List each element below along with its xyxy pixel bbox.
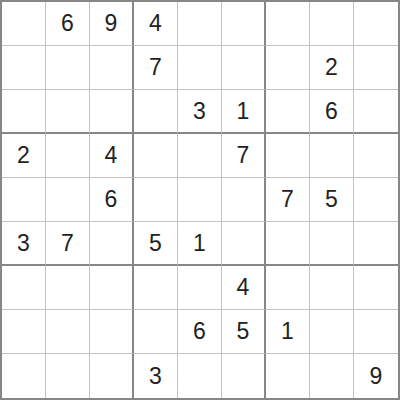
cell-r6c4: 5 bbox=[134, 222, 178, 266]
cell-r6c2: 7 bbox=[46, 222, 90, 266]
cell-r9c7[interactable] bbox=[266, 354, 310, 398]
cell-r4c4[interactable] bbox=[134, 134, 178, 178]
cell-r4c7[interactable] bbox=[266, 134, 310, 178]
cell-r5c6[interactable] bbox=[222, 178, 266, 222]
cell-r4c1: 2 bbox=[2, 134, 46, 178]
cell-r2c7[interactable] bbox=[266, 46, 310, 90]
cell-r8c6: 5 bbox=[222, 310, 266, 354]
cell-r4c5[interactable] bbox=[178, 134, 222, 178]
cell-r2c5[interactable] bbox=[178, 46, 222, 90]
cell-r8c7: 1 bbox=[266, 310, 310, 354]
cell-r6c6[interactable] bbox=[222, 222, 266, 266]
cell-r1c3: 9 bbox=[90, 2, 134, 46]
cell-r9c5[interactable] bbox=[178, 354, 222, 398]
cell-r7c8[interactable] bbox=[310, 266, 354, 310]
cell-r2c2[interactable] bbox=[46, 46, 90, 90]
cell-r9c9: 9 bbox=[354, 354, 398, 398]
cell-r7c7[interactable] bbox=[266, 266, 310, 310]
cell-r1c4: 4 bbox=[134, 2, 178, 46]
cell-r1c9[interactable] bbox=[354, 2, 398, 46]
cell-r3c6: 1 bbox=[222, 90, 266, 134]
cell-r7c1[interactable] bbox=[2, 266, 46, 310]
cell-r2c9[interactable] bbox=[354, 46, 398, 90]
cell-r4c9[interactable] bbox=[354, 134, 398, 178]
cell-r8c4[interactable] bbox=[134, 310, 178, 354]
cell-r5c1[interactable] bbox=[2, 178, 46, 222]
cell-r3c8: 6 bbox=[310, 90, 354, 134]
cell-r2c3[interactable] bbox=[90, 46, 134, 90]
cell-r5c4[interactable] bbox=[134, 178, 178, 222]
cell-r5c3: 6 bbox=[90, 178, 134, 222]
cell-r4c8[interactable] bbox=[310, 134, 354, 178]
cell-r9c6[interactable] bbox=[222, 354, 266, 398]
cell-r3c4[interactable] bbox=[134, 90, 178, 134]
cell-r3c5: 3 bbox=[178, 90, 222, 134]
cell-r7c2[interactable] bbox=[46, 266, 90, 310]
cell-r6c3[interactable] bbox=[90, 222, 134, 266]
cell-r6c7[interactable] bbox=[266, 222, 310, 266]
cell-r1c6[interactable] bbox=[222, 2, 266, 46]
cell-r2c8: 2 bbox=[310, 46, 354, 90]
cell-r8c3[interactable] bbox=[90, 310, 134, 354]
cell-r2c6[interactable] bbox=[222, 46, 266, 90]
sudoku-board: 694723162476753751465139 bbox=[0, 0, 400, 400]
cell-r9c1[interactable] bbox=[2, 354, 46, 398]
cell-r6c5: 1 bbox=[178, 222, 222, 266]
cell-r2c1[interactable] bbox=[2, 46, 46, 90]
cell-r3c1[interactable] bbox=[2, 90, 46, 134]
cell-r7c4[interactable] bbox=[134, 266, 178, 310]
cell-r7c5[interactable] bbox=[178, 266, 222, 310]
cell-r3c2[interactable] bbox=[46, 90, 90, 134]
cell-r4c2[interactable] bbox=[46, 134, 90, 178]
cell-r9c2[interactable] bbox=[46, 354, 90, 398]
cell-r8c9[interactable] bbox=[354, 310, 398, 354]
cell-r6c8[interactable] bbox=[310, 222, 354, 266]
cell-r9c3[interactable] bbox=[90, 354, 134, 398]
cell-r8c2[interactable] bbox=[46, 310, 90, 354]
cell-r7c3[interactable] bbox=[90, 266, 134, 310]
cell-r1c7[interactable] bbox=[266, 2, 310, 46]
cell-r9c4: 3 bbox=[134, 354, 178, 398]
cell-r8c8[interactable] bbox=[310, 310, 354, 354]
cell-r6c9[interactable] bbox=[354, 222, 398, 266]
cell-r5c9[interactable] bbox=[354, 178, 398, 222]
cell-r7c6: 4 bbox=[222, 266, 266, 310]
cell-r3c9[interactable] bbox=[354, 90, 398, 134]
cell-r8c5: 6 bbox=[178, 310, 222, 354]
cell-r4c6: 7 bbox=[222, 134, 266, 178]
cell-r8c1[interactable] bbox=[2, 310, 46, 354]
cell-r6c1: 3 bbox=[2, 222, 46, 266]
cell-r3c7[interactable] bbox=[266, 90, 310, 134]
cell-r5c7: 7 bbox=[266, 178, 310, 222]
cell-r5c5[interactable] bbox=[178, 178, 222, 222]
cell-r9c8[interactable] bbox=[310, 354, 354, 398]
cell-r1c8[interactable] bbox=[310, 2, 354, 46]
cell-r3c3[interactable] bbox=[90, 90, 134, 134]
cell-r5c8: 5 bbox=[310, 178, 354, 222]
cell-r4c3: 4 bbox=[90, 134, 134, 178]
cell-r2c4: 7 bbox=[134, 46, 178, 90]
cell-r1c5[interactable] bbox=[178, 2, 222, 46]
cell-r7c9[interactable] bbox=[354, 266, 398, 310]
cell-r5c2[interactable] bbox=[46, 178, 90, 222]
cell-r1c1[interactable] bbox=[2, 2, 46, 46]
cell-r1c2: 6 bbox=[46, 2, 90, 46]
